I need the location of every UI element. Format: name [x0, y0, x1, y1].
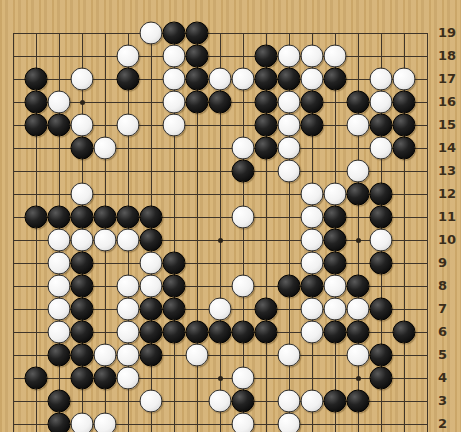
white-stone[interactable] [117, 321, 140, 344]
black-stone[interactable] [324, 390, 347, 413]
black-stone[interactable] [393, 91, 416, 114]
black-stone[interactable] [48, 390, 71, 413]
black-stone[interactable] [370, 206, 393, 229]
black-stone[interactable] [48, 206, 71, 229]
white-stone[interactable] [48, 252, 71, 275]
black-stone[interactable] [209, 91, 232, 114]
white-stone[interactable] [232, 367, 255, 390]
white-stone[interactable] [117, 275, 140, 298]
black-stone[interactable] [370, 344, 393, 367]
black-stone[interactable] [48, 114, 71, 137]
row-label-8: 8 [438, 278, 461, 293]
row-label-11: 11 [438, 209, 461, 224]
white-stone[interactable] [48, 321, 71, 344]
black-stone[interactable] [347, 183, 370, 206]
white-stone[interactable] [278, 344, 301, 367]
black-stone[interactable] [370, 114, 393, 137]
black-stone[interactable] [278, 275, 301, 298]
white-stone[interactable] [301, 252, 324, 275]
black-stone[interactable] [71, 137, 94, 160]
white-stone[interactable] [301, 206, 324, 229]
black-stone[interactable] [347, 91, 370, 114]
white-stone[interactable] [301, 45, 324, 68]
black-stone[interactable] [324, 206, 347, 229]
row-label-7: 7 [438, 301, 461, 316]
black-stone[interactable] [71, 252, 94, 275]
black-stone[interactable] [255, 137, 278, 160]
black-stone[interactable] [255, 298, 278, 321]
white-stone[interactable] [209, 390, 232, 413]
black-stone[interactable] [186, 68, 209, 91]
black-stone[interactable] [301, 275, 324, 298]
row-label-15: 15 [438, 117, 461, 132]
white-stone[interactable] [278, 137, 301, 160]
black-stone[interactable] [140, 298, 163, 321]
black-stone[interactable] [163, 298, 186, 321]
row-label-14: 14 [438, 140, 461, 155]
row-label-9: 9 [438, 255, 461, 270]
row-label-3: 3 [438, 393, 461, 408]
white-stone[interactable] [301, 298, 324, 321]
white-stone[interactable] [370, 91, 393, 114]
white-stone[interactable] [393, 68, 416, 91]
black-stone[interactable] [324, 321, 347, 344]
black-stone[interactable] [324, 252, 347, 275]
black-stone[interactable] [232, 160, 255, 183]
board-line-v [13, 33, 14, 432]
white-stone[interactable] [301, 229, 324, 252]
black-stone[interactable] [140, 229, 163, 252]
white-stone[interactable] [163, 68, 186, 91]
black-stone[interactable] [370, 252, 393, 275]
white-stone[interactable] [48, 91, 71, 114]
white-stone[interactable] [347, 298, 370, 321]
black-stone[interactable] [140, 344, 163, 367]
white-stone[interactable] [71, 229, 94, 252]
white-stone[interactable] [209, 298, 232, 321]
black-stone[interactable] [71, 298, 94, 321]
black-stone[interactable] [370, 183, 393, 206]
white-stone[interactable] [324, 298, 347, 321]
white-stone[interactable] [94, 344, 117, 367]
white-stone[interactable] [117, 45, 140, 68]
row-label-16: 16 [438, 94, 461, 109]
row-label-13: 13 [438, 163, 461, 178]
black-stone[interactable] [48, 413, 71, 432]
white-stone[interactable] [232, 275, 255, 298]
white-stone[interactable] [370, 137, 393, 160]
black-stone[interactable] [163, 275, 186, 298]
row-label-18: 18 [438, 48, 461, 63]
white-stone[interactable] [278, 390, 301, 413]
white-stone[interactable] [278, 160, 301, 183]
row-label-2: 2 [438, 416, 461, 431]
black-stone[interactable] [163, 321, 186, 344]
black-stone[interactable] [140, 321, 163, 344]
black-stone[interactable] [71, 275, 94, 298]
row-label-19: 19 [438, 25, 461, 40]
black-stone[interactable] [163, 22, 186, 45]
black-stone[interactable] [25, 91, 48, 114]
black-stone[interactable] [232, 321, 255, 344]
black-stone[interactable] [301, 91, 324, 114]
black-stone[interactable] [71, 367, 94, 390]
white-stone[interactable] [324, 275, 347, 298]
white-stone[interactable] [347, 160, 370, 183]
black-stone[interactable] [324, 229, 347, 252]
hoshi-point [80, 100, 85, 105]
black-stone[interactable] [186, 22, 209, 45]
white-stone[interactable] [163, 91, 186, 114]
black-stone[interactable] [140, 206, 163, 229]
white-stone[interactable] [140, 390, 163, 413]
black-stone[interactable] [186, 91, 209, 114]
black-stone[interactable] [163, 252, 186, 275]
white-stone[interactable] [48, 275, 71, 298]
white-stone[interactable] [278, 45, 301, 68]
black-stone[interactable] [94, 367, 117, 390]
black-stone[interactable] [393, 114, 416, 137]
white-stone[interactable] [232, 206, 255, 229]
black-stone[interactable] [209, 321, 232, 344]
black-stone[interactable] [232, 390, 255, 413]
row-label-4: 4 [438, 370, 461, 385]
black-stone[interactable] [255, 45, 278, 68]
black-stone[interactable] [278, 68, 301, 91]
white-stone[interactable] [94, 413, 117, 432]
black-stone[interactable] [393, 321, 416, 344]
white-stone[interactable] [278, 114, 301, 137]
black-stone[interactable] [48, 344, 71, 367]
hoshi-point [356, 238, 361, 243]
white-stone[interactable] [232, 413, 255, 432]
white-stone[interactable] [370, 68, 393, 91]
black-stone[interactable] [370, 367, 393, 390]
white-stone[interactable] [209, 68, 232, 91]
white-stone[interactable] [301, 390, 324, 413]
black-stone[interactable] [71, 321, 94, 344]
white-stone[interactable] [163, 45, 186, 68]
black-stone[interactable] [324, 68, 347, 91]
white-stone[interactable] [48, 298, 71, 321]
hoshi-point [356, 376, 361, 381]
white-stone[interactable] [117, 344, 140, 367]
white-stone[interactable] [117, 367, 140, 390]
go-board-screenshot: 1918171615141312111098765432 [0, 0, 461, 432]
white-stone[interactable] [232, 137, 255, 160]
white-stone[interactable] [71, 413, 94, 432]
hoshi-point [218, 376, 223, 381]
white-stone[interactable] [278, 413, 301, 432]
black-stone[interactable] [370, 298, 393, 321]
board-line-v [427, 33, 428, 432]
row-label-12: 12 [438, 186, 461, 201]
white-stone[interactable] [278, 91, 301, 114]
black-stone[interactable] [25, 68, 48, 91]
white-stone[interactable] [117, 229, 140, 252]
row-label-10: 10 [438, 232, 461, 247]
white-stone[interactable] [370, 229, 393, 252]
black-stone[interactable] [393, 137, 416, 160]
black-stone[interactable] [186, 45, 209, 68]
white-stone[interactable] [163, 114, 186, 137]
white-stone[interactable] [94, 229, 117, 252]
black-stone[interactable] [255, 114, 278, 137]
row-label-5: 5 [438, 347, 461, 362]
black-stone[interactable] [347, 390, 370, 413]
white-stone[interactable] [301, 183, 324, 206]
white-stone[interactable] [71, 68, 94, 91]
white-stone[interactable] [71, 114, 94, 137]
black-stone[interactable] [186, 321, 209, 344]
white-stone[interactable] [94, 137, 117, 160]
black-stone[interactable] [255, 321, 278, 344]
white-stone[interactable] [301, 68, 324, 91]
black-stone[interactable] [117, 68, 140, 91]
white-stone[interactable] [347, 114, 370, 137]
black-stone[interactable] [117, 206, 140, 229]
hoshi-point [218, 238, 223, 243]
row-label-6: 6 [438, 324, 461, 339]
black-stone[interactable] [25, 367, 48, 390]
white-stone[interactable] [71, 183, 94, 206]
black-stone[interactable] [25, 114, 48, 137]
black-stone[interactable] [347, 275, 370, 298]
white-stone[interactable] [117, 114, 140, 137]
black-stone[interactable] [255, 68, 278, 91]
white-stone[interactable] [301, 321, 324, 344]
black-stone[interactable] [71, 206, 94, 229]
white-stone[interactable] [324, 183, 347, 206]
row-label-17: 17 [438, 71, 461, 86]
black-stone[interactable] [25, 206, 48, 229]
black-stone[interactable] [301, 114, 324, 137]
white-stone[interactable] [140, 22, 163, 45]
white-stone[interactable] [117, 298, 140, 321]
white-stone[interactable] [324, 45, 347, 68]
white-stone[interactable] [347, 344, 370, 367]
white-stone[interactable] [48, 229, 71, 252]
black-stone[interactable] [255, 91, 278, 114]
white-stone[interactable] [140, 275, 163, 298]
white-stone[interactable] [232, 68, 255, 91]
black-stone[interactable] [347, 321, 370, 344]
white-stone[interactable] [140, 252, 163, 275]
black-stone[interactable] [71, 344, 94, 367]
black-stone[interactable] [94, 206, 117, 229]
white-stone[interactable] [186, 344, 209, 367]
